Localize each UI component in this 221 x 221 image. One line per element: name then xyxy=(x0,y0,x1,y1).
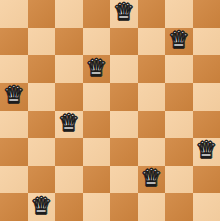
square-b5[interactable] xyxy=(28,83,56,111)
square-b6[interactable] xyxy=(28,55,56,83)
square-c7[interactable] xyxy=(55,28,83,56)
square-e4[interactable] xyxy=(110,111,138,139)
square-f1[interactable] xyxy=(138,193,166,221)
square-b4[interactable] xyxy=(28,111,56,139)
white-queen-piece[interactable]: ♛ xyxy=(58,111,80,137)
white-queen-piece[interactable]: ♛ xyxy=(3,83,25,109)
square-g4[interactable] xyxy=(165,111,193,139)
square-d2[interactable] xyxy=(83,166,111,194)
square-g6[interactable] xyxy=(165,55,193,83)
white-queen-piece[interactable]: ♛ xyxy=(140,166,162,192)
square-h1[interactable] xyxy=(193,193,221,221)
square-b1[interactable]: ♛ xyxy=(28,193,56,221)
board-container: ♛♛♛♛♛♛♛♛ xyxy=(0,0,220,221)
square-c1[interactable] xyxy=(55,193,83,221)
square-c3[interactable] xyxy=(55,138,83,166)
square-a1[interactable] xyxy=(0,193,28,221)
square-f3[interactable] xyxy=(138,138,166,166)
square-d5[interactable] xyxy=(83,83,111,111)
square-f6[interactable] xyxy=(138,55,166,83)
square-f2[interactable]: ♛ xyxy=(138,166,166,194)
square-f8[interactable] xyxy=(138,0,166,28)
square-f4[interactable] xyxy=(138,111,166,139)
white-queen-piece[interactable]: ♛ xyxy=(85,55,107,81)
square-b7[interactable] xyxy=(28,28,56,56)
square-e3[interactable] xyxy=(110,138,138,166)
square-b3[interactable] xyxy=(28,138,56,166)
square-e6[interactable] xyxy=(110,55,138,83)
square-e5[interactable] xyxy=(110,83,138,111)
square-f7[interactable] xyxy=(138,28,166,56)
square-h4[interactable] xyxy=(193,111,221,139)
square-g7[interactable]: ♛ xyxy=(165,28,193,56)
square-c4[interactable]: ♛ xyxy=(55,111,83,139)
white-queen-piece[interactable]: ♛ xyxy=(30,193,52,219)
white-queen-piece[interactable]: ♛ xyxy=(113,0,135,26)
square-h7[interactable] xyxy=(193,28,221,56)
square-d1[interactable] xyxy=(83,193,111,221)
square-a3[interactable] xyxy=(0,138,28,166)
square-g5[interactable] xyxy=(165,83,193,111)
square-a6[interactable] xyxy=(0,55,28,83)
square-c8[interactable] xyxy=(55,0,83,28)
square-c5[interactable] xyxy=(55,83,83,111)
square-c2[interactable] xyxy=(55,166,83,194)
square-b2[interactable] xyxy=(28,166,56,194)
square-a4[interactable] xyxy=(0,111,28,139)
square-h3[interactable]: ♛ xyxy=(193,138,221,166)
square-g2[interactable] xyxy=(165,166,193,194)
square-d3[interactable] xyxy=(83,138,111,166)
square-g8[interactable] xyxy=(165,0,193,28)
square-g3[interactable] xyxy=(165,138,193,166)
square-f5[interactable] xyxy=(138,83,166,111)
square-c6[interactable] xyxy=(55,55,83,83)
square-d8[interactable] xyxy=(83,0,111,28)
square-a7[interactable] xyxy=(0,28,28,56)
square-h8[interactable] xyxy=(193,0,221,28)
square-e7[interactable] xyxy=(110,28,138,56)
square-a8[interactable] xyxy=(0,0,28,28)
square-d7[interactable] xyxy=(83,28,111,56)
white-queen-piece[interactable]: ♛ xyxy=(168,28,190,54)
square-d6[interactable]: ♛ xyxy=(83,55,111,83)
square-e2[interactable] xyxy=(110,166,138,194)
square-a5[interactable]: ♛ xyxy=(0,83,28,111)
square-d4[interactable] xyxy=(83,111,111,139)
square-a2[interactable] xyxy=(0,166,28,194)
square-h5[interactable] xyxy=(193,83,221,111)
square-g1[interactable] xyxy=(165,193,193,221)
square-b8[interactable] xyxy=(28,0,56,28)
square-h6[interactable] xyxy=(193,55,221,83)
white-queen-piece[interactable]: ♛ xyxy=(195,138,217,164)
square-e8[interactable]: ♛ xyxy=(110,0,138,28)
square-e1[interactable] xyxy=(110,193,138,221)
square-h2[interactable] xyxy=(193,166,221,194)
chess-board: ♛♛♛♛♛♛♛♛ xyxy=(0,0,220,221)
